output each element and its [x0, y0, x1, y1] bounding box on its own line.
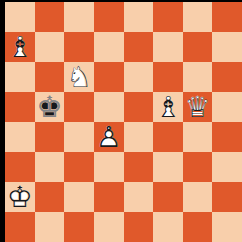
square-h1[interactable] [212, 212, 242, 242]
square-g2[interactable] [183, 182, 213, 212]
square-b6[interactable] [35, 62, 65, 92]
square-g6[interactable] [183, 62, 213, 92]
square-a7[interactable]: ♝♗ [5, 32, 35, 62]
square-e2[interactable] [124, 182, 154, 212]
square-g4[interactable] [183, 122, 213, 152]
square-e3[interactable] [124, 152, 154, 182]
square-d3[interactable] [94, 152, 124, 182]
square-h4[interactable] [212, 122, 242, 152]
square-a3[interactable] [5, 152, 35, 182]
piece-white-bishop[interactable]: ♗ [153, 92, 183, 122]
square-f7[interactable] [153, 32, 183, 62]
square-d4[interactable]: ♟♙ [94, 122, 124, 152]
square-b5[interactable]: ♚♔ [35, 92, 65, 122]
square-d5[interactable] [94, 92, 124, 122]
chess-board-frame: ♝♗♞♘♚♔♝♗♛♕♟♙♚♔ [0, 0, 242, 242]
square-d6[interactable] [94, 62, 124, 92]
piece-white-king[interactable]: ♔ [5, 182, 35, 212]
piece-white-queen[interactable]: ♕ [183, 92, 213, 122]
square-c6[interactable]: ♞♘ [64, 62, 94, 92]
square-h5[interactable] [212, 92, 242, 122]
piece-white-pawn[interactable]: ♙ [94, 122, 124, 152]
chess-board: ♝♗♞♘♚♔♝♗♛♕♟♙♚♔ [5, 2, 242, 242]
square-e5[interactable] [124, 92, 154, 122]
square-h2[interactable] [212, 182, 242, 212]
square-e4[interactable] [124, 122, 154, 152]
square-c8[interactable] [64, 2, 94, 32]
square-f1[interactable] [153, 212, 183, 242]
square-e7[interactable] [124, 32, 154, 62]
square-b3[interactable] [35, 152, 65, 182]
square-h7[interactable] [212, 32, 242, 62]
square-c1[interactable] [64, 212, 94, 242]
square-a6[interactable] [5, 62, 35, 92]
square-a1[interactable] [5, 212, 35, 242]
square-a2[interactable]: ♚♔ [5, 182, 35, 212]
square-h8[interactable] [212, 2, 242, 32]
square-d8[interactable] [94, 2, 124, 32]
square-f6[interactable] [153, 62, 183, 92]
square-f3[interactable] [153, 152, 183, 182]
square-h6[interactable] [212, 62, 242, 92]
square-d7[interactable] [94, 32, 124, 62]
square-a4[interactable] [5, 122, 35, 152]
square-b8[interactable] [35, 2, 65, 32]
square-b7[interactable] [35, 32, 65, 62]
square-e1[interactable] [124, 212, 154, 242]
square-d1[interactable] [94, 212, 124, 242]
square-g1[interactable] [183, 212, 213, 242]
square-e8[interactable] [124, 2, 154, 32]
square-g3[interactable] [183, 152, 213, 182]
square-c5[interactable] [64, 92, 94, 122]
square-f8[interactable] [153, 2, 183, 32]
piece-white-knight[interactable]: ♘ [64, 62, 94, 92]
square-c3[interactable] [64, 152, 94, 182]
square-b2[interactable] [35, 182, 65, 212]
square-g7[interactable] [183, 32, 213, 62]
square-g5[interactable]: ♛♕ [183, 92, 213, 122]
square-h3[interactable] [212, 152, 242, 182]
square-a5[interactable] [5, 92, 35, 122]
square-f2[interactable] [153, 182, 183, 212]
square-a8[interactable] [5, 2, 35, 32]
square-c7[interactable] [64, 32, 94, 62]
square-f5[interactable]: ♝♗ [153, 92, 183, 122]
square-c2[interactable] [64, 182, 94, 212]
square-g8[interactable] [183, 2, 213, 32]
piece-black-king[interactable]: ♔ [35, 92, 65, 122]
piece-white-bishop[interactable]: ♗ [5, 32, 35, 62]
square-e6[interactable] [124, 62, 154, 92]
square-b4[interactable] [35, 122, 65, 152]
square-f4[interactable] [153, 122, 183, 152]
square-c4[interactable] [64, 122, 94, 152]
square-b1[interactable] [35, 212, 65, 242]
square-d2[interactable] [94, 182, 124, 212]
